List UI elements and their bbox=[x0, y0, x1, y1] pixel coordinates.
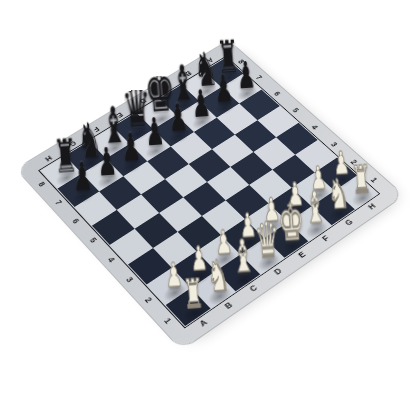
piece-white-bishop-c1[interactable]: ♝ bbox=[228, 231, 258, 280]
white-knight-glyph: ♞ bbox=[327, 174, 351, 215]
rank-label-6-left: 6 bbox=[67, 214, 84, 228]
white-bishop-glyph: ♝ bbox=[303, 188, 328, 231]
piece-white-rook-a1[interactable]: ♜ bbox=[178, 265, 209, 315]
white-rook-glyph: ♜ bbox=[182, 275, 205, 315]
piece-black-pawn-b7[interactable]: ♟ bbox=[93, 135, 121, 181]
piece-black-pawn-e7[interactable]: ♟ bbox=[164, 92, 192, 137]
piece-white-queen-d1[interactable]: ♛ bbox=[252, 215, 282, 264]
black-pawn-glyph: ♟ bbox=[96, 143, 118, 181]
black-pawn-glyph: ♟ bbox=[213, 72, 234, 109]
rank-label-6-right: 6 bbox=[269, 88, 285, 100]
rank-label-1-left: 1 bbox=[159, 313, 177, 328]
piece-layer: ♜♞♝♛♚♝♞♜♟♟♟♟♟♟♟♟♟♟♟♟♟♟♟♟♜♞♝♛♚♝♞♜ bbox=[41, 58, 378, 326]
piece-black-pawn-a7[interactable]: ♟ bbox=[68, 150, 97, 197]
black-pawn-glyph: ♟ bbox=[120, 129, 142, 167]
product-photo-scene: ♜♞♝♛♚♝♞♜♟♟♟♟♟♟♟♟♟♟♟♟♟♟♟♟♜♞♝♛♚♝♞♜ AABBCCD… bbox=[0, 0, 416, 416]
black-pawn-glyph: ♟ bbox=[72, 158, 94, 196]
white-knight-glyph: ♞ bbox=[206, 255, 231, 297]
rank-label-2-left: 2 bbox=[140, 292, 158, 307]
piece-black-pawn-g7[interactable]: ♟ bbox=[210, 64, 237, 109]
rank-label-4-right: 4 bbox=[306, 121, 323, 134]
piece-black-pawn-c7[interactable]: ♟ bbox=[117, 121, 145, 167]
rank-label-4-left: 4 bbox=[103, 252, 120, 266]
rank-label-5-left: 5 bbox=[85, 233, 102, 247]
piece-black-pawn-d7[interactable]: ♟ bbox=[141, 106, 169, 152]
white-queen-glyph: ♛ bbox=[253, 216, 281, 264]
piece-black-pawn-f7[interactable]: ♟ bbox=[187, 78, 215, 123]
white-king-glyph: ♚ bbox=[277, 197, 306, 248]
black-pawn-glyph: ♟ bbox=[190, 86, 212, 123]
black-pawn-glyph: ♟ bbox=[144, 114, 166, 152]
piece-black-pawn-h7[interactable]: ♟ bbox=[232, 50, 259, 94]
piece-white-knight-b1[interactable]: ♞ bbox=[203, 248, 233, 298]
black-pawn-glyph: ♟ bbox=[235, 58, 256, 95]
chess-board-mat: ♜♞♝♛♚♝♞♜♟♟♟♟♟♟♟♟♟♟♟♟♟♟♟♟♜♞♝♛♚♝♞♜ AABBCCD… bbox=[16, 41, 403, 350]
rank-label-7-left: 7 bbox=[50, 196, 67, 210]
white-bishop-glyph: ♝ bbox=[230, 237, 255, 281]
rank-label-8-left: 8 bbox=[33, 177, 50, 190]
black-pawn-glyph: ♟ bbox=[167, 100, 189, 137]
white-rook-glyph: ♜ bbox=[351, 162, 373, 199]
rank-label-3-left: 3 bbox=[121, 272, 139, 287]
piece-white-king-e1[interactable]: ♚ bbox=[277, 199, 307, 247]
